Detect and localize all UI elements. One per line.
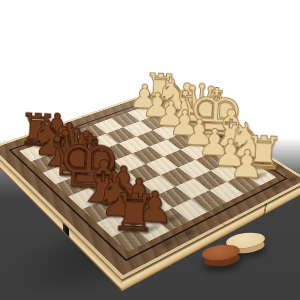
piece-black-rook-h8: ♜ [91, 185, 176, 241]
chess-set-product-photo: ♜♞♝♛♚♝♞♜♟♟♟♟♟♟♟♟♟♟♟♟♟♟♟♟♜♞♝♛♚♝♞♜ [0, 0, 300, 300]
piece-white-pawn-h2: ♟ [209, 143, 284, 185]
